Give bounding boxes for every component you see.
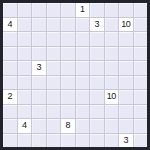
cell-r9c4[interactable]: [47, 119, 61, 133]
cell-r8c4[interactable]: [47, 105, 61, 119]
clue-cell-r2c7: 3: [90, 18, 104, 32]
cell-r10c4[interactable]: [47, 134, 61, 148]
cell-r1c3[interactable]: [32, 3, 46, 17]
clue-cell-r1c6: 1: [76, 3, 90, 17]
cell-r2c4[interactable]: [47, 18, 61, 32]
cell-r4c6[interactable]: [76, 47, 90, 61]
cell-r2c5[interactable]: [61, 18, 75, 32]
clue-cell-r7c1: 2: [3, 90, 17, 104]
cell-r3c5[interactable]: [61, 32, 75, 46]
cell-r2c10[interactable]: [134, 18, 148, 32]
cell-r7c7[interactable]: [90, 90, 104, 104]
cell-r3c4[interactable]: [47, 32, 61, 46]
cell-r10c2[interactable]: [18, 134, 32, 148]
cell-r6c2[interactable]: [18, 76, 32, 90]
cell-r1c4[interactable]: [47, 3, 61, 17]
cell-r9c3[interactable]: [32, 119, 46, 133]
cell-r10c7[interactable]: [90, 134, 104, 148]
cell-r7c5[interactable]: [61, 90, 75, 104]
cell-r5c10[interactable]: [134, 61, 148, 75]
cell-r3c10[interactable]: [134, 32, 148, 46]
cell-r10c10[interactable]: [134, 134, 148, 148]
cell-r10c3[interactable]: [32, 134, 46, 148]
cell-r8c9[interactable]: [119, 105, 133, 119]
cell-r6c3[interactable]: [32, 76, 46, 90]
cell-r9c8[interactable]: [105, 119, 119, 133]
clue-cell-r5c3: 3: [32, 61, 46, 75]
clue-cell-r2c1: 4: [3, 18, 17, 32]
cell-r8c1[interactable]: [3, 105, 17, 119]
clue-cell-r2c9: 10: [119, 18, 133, 32]
cell-r4c10[interactable]: [134, 47, 148, 61]
cell-r2c2[interactable]: [18, 18, 32, 32]
cell-r1c1[interactable]: [3, 3, 17, 17]
cell-r3c2[interactable]: [18, 32, 32, 46]
cell-r6c1[interactable]: [3, 76, 17, 90]
cell-r5c2[interactable]: [18, 61, 32, 75]
cell-r5c7[interactable]: [90, 61, 104, 75]
cell-r3c3[interactable]: [32, 32, 46, 46]
cell-r6c7[interactable]: [90, 76, 104, 90]
cell-r7c4[interactable]: [47, 90, 61, 104]
cell-r9c1[interactable]: [3, 119, 17, 133]
cell-r8c5[interactable]: [61, 105, 75, 119]
cell-r4c9[interactable]: [119, 47, 133, 61]
cell-r8c2[interactable]: [18, 105, 32, 119]
cell-r4c1[interactable]: [3, 47, 17, 61]
cell-r9c6[interactable]: [76, 119, 90, 133]
cell-r3c6[interactable]: [76, 32, 90, 46]
cell-r4c8[interactable]: [105, 47, 119, 61]
cell-r9c9[interactable]: [119, 119, 133, 133]
clue-cell-r9c5: 8: [61, 119, 75, 133]
clue-cell-r10c9: 3: [119, 134, 133, 148]
cell-r5c8[interactable]: [105, 61, 119, 75]
cell-r5c9[interactable]: [119, 61, 133, 75]
cell-r6c6[interactable]: [76, 76, 90, 90]
cell-r2c8[interactable]: [105, 18, 119, 32]
cell-r5c1[interactable]: [3, 61, 17, 75]
cell-r7c2[interactable]: [18, 90, 32, 104]
cell-r8c7[interactable]: [90, 105, 104, 119]
cell-r1c5[interactable]: [61, 3, 75, 17]
cell-r10c8[interactable]: [105, 134, 119, 148]
nurikabe-board: 143103210483: [0, 0, 150, 150]
cell-r8c10[interactable]: [134, 105, 148, 119]
cell-r3c9[interactable]: [119, 32, 133, 46]
cell-r8c3[interactable]: [32, 105, 46, 119]
cell-r4c5[interactable]: [61, 47, 75, 61]
cell-r2c6[interactable]: [76, 18, 90, 32]
cell-r8c8[interactable]: [105, 105, 119, 119]
cell-r4c4[interactable]: [47, 47, 61, 61]
cell-r2c3[interactable]: [32, 18, 46, 32]
cell-r1c2[interactable]: [18, 3, 32, 17]
cell-r1c8[interactable]: [105, 3, 119, 17]
cell-r5c6[interactable]: [76, 61, 90, 75]
cell-r1c9[interactable]: [119, 3, 133, 17]
cell-r7c10[interactable]: [134, 90, 148, 104]
cell-r6c4[interactable]: [47, 76, 61, 90]
cell-r1c7[interactable]: [90, 3, 104, 17]
cell-r5c4[interactable]: [47, 61, 61, 75]
cell-r7c3[interactable]: [32, 90, 46, 104]
cell-r3c1[interactable]: [3, 32, 17, 46]
cell-r9c7[interactable]: [90, 119, 104, 133]
cell-r3c7[interactable]: [90, 32, 104, 46]
puzzle-grid: 143103210483: [3, 3, 147, 147]
cell-r8c6[interactable]: [76, 105, 90, 119]
clue-cell-r7c8: 10: [105, 90, 119, 104]
clue-cell-r9c2: 4: [18, 119, 32, 133]
cell-r6c10[interactable]: [134, 76, 148, 90]
cell-r6c8[interactable]: [105, 76, 119, 90]
cell-r4c3[interactable]: [32, 47, 46, 61]
cell-r4c2[interactable]: [18, 47, 32, 61]
cell-r5c5[interactable]: [61, 61, 75, 75]
cell-r1c10[interactable]: [134, 3, 148, 17]
cell-r10c6[interactable]: [76, 134, 90, 148]
cell-r6c5[interactable]: [61, 76, 75, 90]
cell-r7c6[interactable]: [76, 90, 90, 104]
cell-r9c10[interactable]: [134, 119, 148, 133]
cell-r4c7[interactable]: [90, 47, 104, 61]
cell-r7c9[interactable]: [119, 90, 133, 104]
cell-r6c9[interactable]: [119, 76, 133, 90]
cell-r10c5[interactable]: [61, 134, 75, 148]
cell-r10c1[interactable]: [3, 134, 17, 148]
cell-r3c8[interactable]: [105, 32, 119, 46]
